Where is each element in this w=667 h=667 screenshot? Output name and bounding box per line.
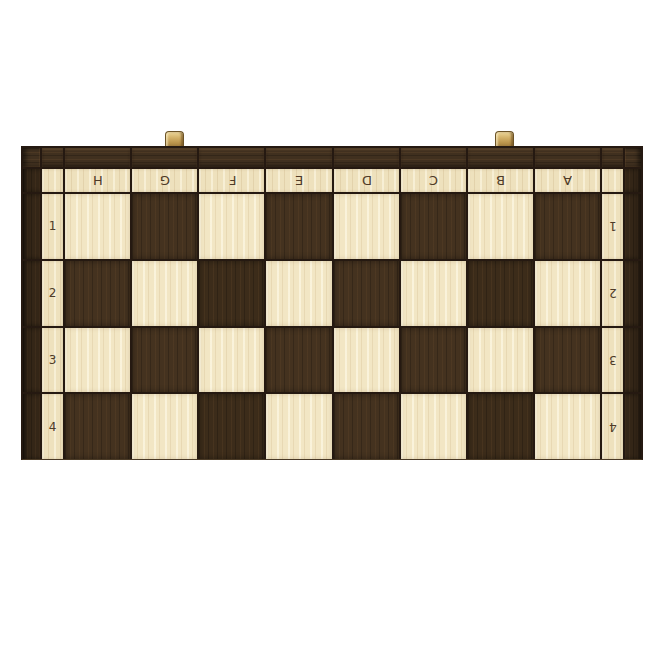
square-d2 bbox=[334, 261, 399, 326]
square-h2 bbox=[65, 261, 130, 326]
file-label-text-g: G bbox=[159, 173, 170, 188]
frame-top-segment bbox=[468, 148, 533, 167]
frame-right-segment bbox=[625, 194, 641, 259]
frame-top-segment bbox=[401, 148, 466, 167]
rank-label-right-4: 4 bbox=[602, 394, 623, 459]
frame-left-segment bbox=[23, 328, 40, 393]
square-a1 bbox=[535, 194, 600, 259]
frame-left-segment bbox=[23, 194, 40, 259]
file-label-f: F bbox=[199, 169, 264, 192]
file-label-text-b: B bbox=[495, 173, 505, 188]
rank-label-left-3: 3 bbox=[42, 328, 63, 393]
square-e1 bbox=[266, 194, 331, 259]
square-c1 bbox=[401, 194, 466, 259]
frame-top-segment bbox=[334, 148, 399, 167]
square-h4 bbox=[65, 394, 130, 459]
rank-label-right-text-2: 2 bbox=[609, 286, 617, 300]
square-g1 bbox=[132, 194, 197, 259]
square-h3 bbox=[65, 328, 130, 393]
file-label-g: G bbox=[132, 169, 197, 192]
square-a2 bbox=[535, 261, 600, 326]
product-photo: HGFEDCBA11223344 bbox=[0, 0, 667, 667]
rank-label-left-4: 4 bbox=[42, 394, 63, 459]
square-c4 bbox=[401, 394, 466, 459]
frame-right-segment bbox=[625, 328, 641, 393]
square-a4 bbox=[535, 394, 600, 459]
square-b3 bbox=[468, 328, 533, 393]
label-corner-left bbox=[42, 169, 63, 192]
file-label-text-h: H bbox=[92, 173, 103, 188]
frame-right-segment bbox=[625, 394, 641, 459]
frame-top-segment bbox=[266, 148, 331, 167]
frame-corner-top-right bbox=[625, 148, 641, 167]
rank-label-left-text-3: 3 bbox=[49, 353, 57, 367]
rank-label-right-text-1: 1 bbox=[609, 219, 617, 233]
frame-left-segment bbox=[23, 394, 40, 459]
rank-label-left-text-2: 2 bbox=[49, 286, 57, 300]
frame-top-segment bbox=[42, 148, 63, 167]
square-e2 bbox=[266, 261, 331, 326]
square-f4 bbox=[199, 394, 264, 459]
rank-label-left-text-4: 4 bbox=[49, 420, 57, 434]
square-h1 bbox=[65, 194, 130, 259]
square-g2 bbox=[132, 261, 197, 326]
square-d1 bbox=[334, 194, 399, 259]
square-b2 bbox=[468, 261, 533, 326]
frame-right-segment bbox=[625, 169, 641, 192]
rank-label-right-text-4: 4 bbox=[609, 420, 617, 434]
frame-top-segment bbox=[132, 148, 197, 167]
frame-top-segment bbox=[602, 148, 623, 167]
rank-label-right-2: 2 bbox=[602, 261, 623, 326]
square-g3 bbox=[132, 328, 197, 393]
square-e4 bbox=[266, 394, 331, 459]
file-label-text-a: A bbox=[562, 173, 572, 188]
rank-label-right-text-3: 3 bbox=[609, 353, 617, 367]
square-f1 bbox=[199, 194, 264, 259]
square-a3 bbox=[535, 328, 600, 393]
chess-board: HGFEDCBA11223344 bbox=[21, 146, 643, 460]
file-label-text-e: E bbox=[294, 173, 303, 188]
rank-label-right-1: 1 bbox=[602, 194, 623, 259]
file-label-h: H bbox=[65, 169, 130, 192]
label-corner-right bbox=[602, 169, 623, 192]
square-c3 bbox=[401, 328, 466, 393]
rank-label-right-3: 3 bbox=[602, 328, 623, 393]
square-g4 bbox=[132, 394, 197, 459]
file-label-text-f: F bbox=[228, 173, 236, 188]
frame-top-segment bbox=[65, 148, 130, 167]
file-label-a: A bbox=[535, 169, 600, 192]
square-f2 bbox=[199, 261, 264, 326]
square-b4 bbox=[468, 394, 533, 459]
square-e3 bbox=[266, 328, 331, 393]
frame-corner-top-left bbox=[23, 148, 40, 167]
square-b1 bbox=[468, 194, 533, 259]
frame-left-segment bbox=[23, 169, 40, 192]
file-label-c: C bbox=[401, 169, 466, 192]
square-d3 bbox=[334, 328, 399, 393]
file-label-e: E bbox=[266, 169, 331, 192]
frame-top-segment bbox=[199, 148, 264, 167]
rank-label-left-2: 2 bbox=[42, 261, 63, 326]
square-c2 bbox=[401, 261, 466, 326]
file-label-text-c: C bbox=[428, 173, 438, 188]
frame-left-segment bbox=[23, 261, 40, 326]
square-f3 bbox=[199, 328, 264, 393]
file-label-b: B bbox=[468, 169, 533, 192]
frame-right-segment bbox=[625, 261, 641, 326]
frame-top-segment bbox=[535, 148, 600, 167]
rank-label-left-text-1: 1 bbox=[49, 219, 57, 233]
rank-label-left-1: 1 bbox=[42, 194, 63, 259]
file-label-d: D bbox=[334, 169, 399, 192]
square-d4 bbox=[334, 394, 399, 459]
file-label-text-d: D bbox=[361, 173, 372, 188]
